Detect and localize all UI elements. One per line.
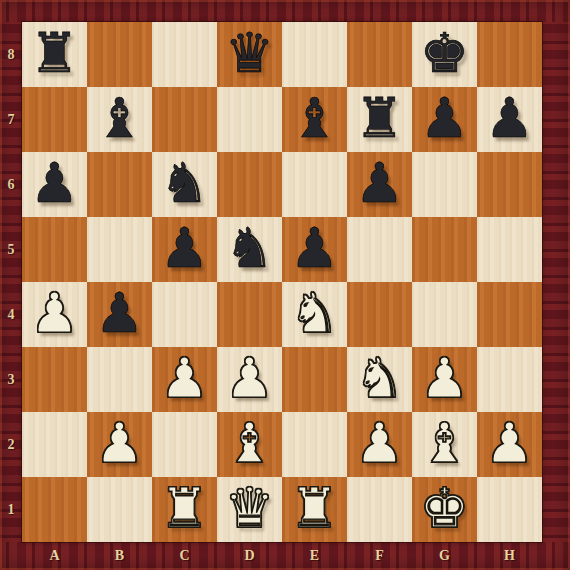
square-g8[interactable]: ♚ [412,22,477,87]
white-pawn-a4: ♟ [22,282,87,347]
square-h3[interactable] [477,347,542,412]
square-g2[interactable]: ♝ [412,412,477,477]
black-pawn-c5: ♟ [152,217,217,282]
square-a8[interactable]: ♜ [22,22,87,87]
black-bishop-b7: ♝ [87,87,152,152]
square-h5[interactable] [477,217,542,282]
square-e2[interactable] [282,412,347,477]
square-b2[interactable]: ♟ [87,412,152,477]
square-b1[interactable] [87,477,152,542]
white-rook-e1: ♜ [282,477,347,542]
white-bishop-d2: ♝ [217,412,282,477]
square-b7[interactable]: ♝ [87,87,152,152]
black-pawn-g7: ♟ [412,87,477,152]
square-e8[interactable] [282,22,347,87]
square-d5[interactable]: ♞ [217,217,282,282]
square-d7[interactable] [217,87,282,152]
white-pawn-f2: ♟ [347,412,412,477]
black-pawn-e5: ♟ [282,217,347,282]
file-label-a: A [22,544,87,570]
square-b8[interactable] [87,22,152,87]
chess-diagram: ♜♛♚♝♝♜♟♟♟♞♟♟♞♟♟♟♞♟♟♞♟♟♝♟♝♟♜♛♜♚ 87654321 … [0,0,570,570]
black-pawn-f6: ♟ [347,152,412,217]
square-f3[interactable]: ♞ [347,347,412,412]
rank-label-6: 6 [0,152,22,217]
square-b6[interactable] [87,152,152,217]
black-king-g8: ♚ [412,22,477,87]
square-d4[interactable] [217,282,282,347]
square-d1[interactable]: ♛ [217,477,282,542]
square-e6[interactable] [282,152,347,217]
square-e3[interactable] [282,347,347,412]
white-bishop-g2: ♝ [412,412,477,477]
square-g3[interactable]: ♟ [412,347,477,412]
square-f2[interactable]: ♟ [347,412,412,477]
square-d8[interactable]: ♛ [217,22,282,87]
square-g5[interactable] [412,217,477,282]
black-queen-d8: ♛ [217,22,282,87]
square-c3[interactable]: ♟ [152,347,217,412]
black-knight-c6: ♞ [152,152,217,217]
file-label-c: C [152,544,217,570]
square-f8[interactable] [347,22,412,87]
square-b5[interactable] [87,217,152,282]
square-h7[interactable]: ♟ [477,87,542,152]
square-h6[interactable] [477,152,542,217]
square-g4[interactable] [412,282,477,347]
square-c7[interactable] [152,87,217,152]
file-label-h: H [477,544,542,570]
white-knight-f3: ♞ [347,347,412,412]
square-c8[interactable] [152,22,217,87]
square-a5[interactable] [22,217,87,282]
square-h4[interactable] [477,282,542,347]
board-frame-top [0,0,570,22]
white-pawn-b2: ♟ [87,412,152,477]
black-rook-a8: ♜ [22,22,87,87]
black-knight-d5: ♞ [217,217,282,282]
square-f1[interactable] [347,477,412,542]
square-e5[interactable]: ♟ [282,217,347,282]
square-g7[interactable]: ♟ [412,87,477,152]
white-queen-d1: ♛ [217,477,282,542]
square-d2[interactable]: ♝ [217,412,282,477]
square-c1[interactable]: ♜ [152,477,217,542]
square-a7[interactable] [22,87,87,152]
rank-label-8: 8 [0,22,22,87]
square-g6[interactable] [412,152,477,217]
square-g1[interactable]: ♚ [412,477,477,542]
square-a1[interactable] [22,477,87,542]
square-f7[interactable]: ♜ [347,87,412,152]
square-c4[interactable] [152,282,217,347]
file-label-e: E [282,544,347,570]
square-a4[interactable]: ♟ [22,282,87,347]
square-c6[interactable]: ♞ [152,152,217,217]
rank-label-7: 7 [0,87,22,152]
square-d6[interactable] [217,152,282,217]
square-f4[interactable] [347,282,412,347]
board-frame-right [542,0,570,570]
file-label-g: G [412,544,477,570]
square-h2[interactable]: ♟ [477,412,542,477]
rank-label-5: 5 [0,217,22,282]
square-c5[interactable]: ♟ [152,217,217,282]
square-a3[interactable] [22,347,87,412]
black-pawn-b4: ♟ [87,282,152,347]
rank-label-4: 4 [0,282,22,347]
chess-board: ♜♛♚♝♝♜♟♟♟♞♟♟♞♟♟♟♞♟♟♞♟♟♝♟♝♟♜♛♜♚ [22,22,542,542]
white-pawn-c3: ♟ [152,347,217,412]
white-pawn-h2: ♟ [477,412,542,477]
file-label-b: B [87,544,152,570]
white-pawn-g3: ♟ [412,347,477,412]
square-f5[interactable] [347,217,412,282]
square-e4[interactable]: ♞ [282,282,347,347]
square-e7[interactable]: ♝ [282,87,347,152]
square-d3[interactable]: ♟ [217,347,282,412]
square-a6[interactable]: ♟ [22,152,87,217]
square-f6[interactable]: ♟ [347,152,412,217]
white-pawn-d3: ♟ [217,347,282,412]
rank-label-3: 3 [0,347,22,412]
white-rook-c1: ♜ [152,477,217,542]
file-label-d: D [217,544,282,570]
square-h8[interactable] [477,22,542,87]
black-rook-f7: ♜ [347,87,412,152]
black-bishop-e7: ♝ [282,87,347,152]
square-h1[interactable] [477,477,542,542]
rank-label-2: 2 [0,412,22,477]
square-a2[interactable] [22,412,87,477]
white-knight-e4: ♞ [282,282,347,347]
square-b3[interactable] [87,347,152,412]
black-pawn-h7: ♟ [477,87,542,152]
square-b4[interactable]: ♟ [87,282,152,347]
white-king-g1: ♚ [412,477,477,542]
square-e1[interactable]: ♜ [282,477,347,542]
file-label-f: F [347,544,412,570]
rank-label-1: 1 [0,477,22,542]
square-c2[interactable] [152,412,217,477]
black-pawn-a6: ♟ [22,152,87,217]
